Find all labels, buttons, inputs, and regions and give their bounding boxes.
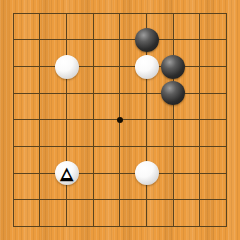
intersection-G8[interactable] — [160, 27, 187, 54]
intersection-J4[interactable] — [213, 133, 240, 160]
intersection-A9[interactable] — [0, 0, 27, 27]
intersection-C1[interactable] — [53, 213, 80, 240]
intersection-H2[interactable] — [187, 187, 214, 214]
intersection-B1[interactable] — [27, 213, 54, 240]
intersection-B2[interactable] — [27, 187, 54, 214]
intersection-H1[interactable] — [187, 213, 214, 240]
intersection-F3[interactable] — [133, 160, 160, 187]
intersection-E8[interactable] — [107, 27, 134, 54]
intersection-D2[interactable] — [80, 187, 107, 214]
intersection-D6[interactable] — [80, 80, 107, 107]
intersection-H8[interactable] — [187, 27, 214, 54]
intersection-G1[interactable] — [160, 213, 187, 240]
intersection-H4[interactable] — [187, 133, 214, 160]
intersection-A2[interactable] — [0, 187, 27, 214]
intersection-J2[interactable] — [213, 187, 240, 214]
intersection-C4[interactable] — [53, 133, 80, 160]
intersection-A4[interactable] — [0, 133, 27, 160]
intersection-E1[interactable] — [107, 213, 134, 240]
intersection-B6[interactable] — [27, 80, 54, 107]
intersection-C8[interactable] — [53, 27, 80, 54]
intersection-C7[interactable] — [53, 53, 80, 80]
intersection-B9[interactable] — [27, 0, 54, 27]
intersection-C5[interactable] — [53, 107, 80, 134]
intersection-G3[interactable] — [160, 160, 187, 187]
intersection-A7[interactable] — [0, 53, 27, 80]
intersection-J8[interactable] — [213, 27, 240, 54]
star-point — [117, 117, 123, 123]
intersection-G6[interactable] — [160, 80, 187, 107]
intersection-E4[interactable] — [107, 133, 134, 160]
intersection-B8[interactable] — [27, 27, 54, 54]
black-stone-F8 — [135, 28, 159, 52]
intersection-B7[interactable] — [27, 53, 54, 80]
intersection-C3[interactable]: ▲▲ — [53, 160, 80, 187]
intersection-C2[interactable] — [53, 187, 80, 214]
intersection-A6[interactable] — [0, 80, 27, 107]
intersection-E2[interactable] — [107, 187, 134, 214]
triangle-marker-fill: ▲ — [63, 170, 70, 179]
intersection-F8[interactable] — [133, 27, 160, 54]
intersection-D5[interactable] — [80, 107, 107, 134]
go-board: ▲▲ — [0, 0, 240, 240]
intersection-C9[interactable] — [53, 0, 80, 27]
black-stone-G6 — [161, 81, 185, 105]
intersection-J5[interactable] — [213, 107, 240, 134]
intersection-A5[interactable] — [0, 107, 27, 134]
intersection-H5[interactable] — [187, 107, 214, 134]
intersection-E9[interactable] — [107, 0, 134, 27]
intersection-J1[interactable] — [213, 213, 240, 240]
intersection-D9[interactable] — [80, 0, 107, 27]
intersection-F6[interactable] — [133, 80, 160, 107]
intersection-F4[interactable] — [133, 133, 160, 160]
intersection-F2[interactable] — [133, 187, 160, 214]
intersection-G7[interactable] — [160, 53, 187, 80]
intersection-H6[interactable] — [187, 80, 214, 107]
intersection-B5[interactable] — [27, 107, 54, 134]
intersection-J9[interactable] — [213, 0, 240, 27]
go-board-grid: ▲▲ — [0, 0, 240, 240]
intersection-D7[interactable] — [80, 53, 107, 80]
intersection-E6[interactable] — [107, 80, 134, 107]
intersection-D1[interactable] — [80, 213, 107, 240]
intersection-G2[interactable] — [160, 187, 187, 214]
intersection-J7[interactable] — [213, 53, 240, 80]
intersection-D3[interactable] — [80, 160, 107, 187]
intersection-E7[interactable] — [107, 53, 134, 80]
intersection-H9[interactable] — [187, 0, 214, 27]
intersection-B4[interactable] — [27, 133, 54, 160]
intersection-F9[interactable] — [133, 0, 160, 27]
intersection-H7[interactable] — [187, 53, 214, 80]
intersection-F5[interactable] — [133, 107, 160, 134]
black-stone-G7 — [161, 55, 185, 79]
intersection-A1[interactable] — [0, 213, 27, 240]
intersection-E3[interactable] — [107, 160, 134, 187]
white-stone-C7 — [55, 55, 79, 79]
intersection-F7[interactable] — [133, 53, 160, 80]
intersection-A3[interactable] — [0, 160, 27, 187]
intersection-J6[interactable] — [213, 80, 240, 107]
intersection-E5[interactable] — [107, 107, 134, 134]
intersection-A8[interactable] — [0, 27, 27, 54]
triangle-marker: ▲▲ — [53, 160, 80, 187]
intersection-G4[interactable] — [160, 133, 187, 160]
intersection-D8[interactable] — [80, 27, 107, 54]
intersection-G9[interactable] — [160, 0, 187, 27]
intersection-H3[interactable] — [187, 160, 214, 187]
white-stone-F7 — [135, 55, 159, 79]
intersection-J3[interactable] — [213, 160, 240, 187]
intersection-B3[interactable] — [27, 160, 54, 187]
white-stone-F3 — [135, 161, 159, 185]
intersection-G5[interactable] — [160, 107, 187, 134]
intersection-C6[interactable] — [53, 80, 80, 107]
intersection-D4[interactable] — [80, 133, 107, 160]
intersection-F1[interactable] — [133, 213, 160, 240]
